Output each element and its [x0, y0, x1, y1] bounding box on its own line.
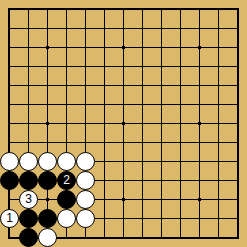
intersection-B7	[19, 114, 38, 133]
intersection-B6	[19, 133, 38, 152]
intersection-M6	[209, 133, 228, 152]
white-stone-E3	[76, 190, 95, 209]
intersection-C2	[38, 209, 57, 228]
intersection-M1	[209, 228, 228, 247]
white-stone-D5	[57, 152, 76, 171]
intersection-K5	[171, 152, 190, 171]
intersection-J11	[152, 38, 171, 57]
intersection-N2	[228, 209, 247, 228]
intersection-G10	[114, 57, 133, 76]
intersection-C7	[38, 114, 57, 133]
white-stone-C5	[38, 152, 57, 171]
intersection-M8	[209, 95, 228, 114]
intersection-E5	[76, 152, 95, 171]
intersection-H5	[133, 152, 152, 171]
intersection-B9	[19, 76, 38, 95]
intersection-K8	[171, 95, 190, 114]
intersection-C8	[38, 95, 57, 114]
intersection-K7	[171, 114, 190, 133]
intersection-G1	[114, 228, 133, 247]
intersection-K12	[171, 19, 190, 38]
intersection-M10	[209, 57, 228, 76]
white-stone-D2	[57, 209, 76, 228]
intersection-L10	[190, 57, 209, 76]
intersection-G5	[114, 152, 133, 171]
go-board: 231	[0, 0, 247, 247]
black-stone-D4: 2	[57, 171, 76, 190]
intersection-M5	[209, 152, 228, 171]
intersection-C10	[38, 57, 57, 76]
intersection-H11	[133, 38, 152, 57]
intersection-N4	[228, 171, 247, 190]
hoshi-dot	[122, 198, 125, 201]
intersection-H7	[133, 114, 152, 133]
intersection-A7	[0, 114, 19, 133]
intersection-B2	[19, 209, 38, 228]
intersection-J9	[152, 76, 171, 95]
intersection-K2	[171, 209, 190, 228]
intersection-F5	[95, 152, 114, 171]
white-stone-A2: 1	[0, 209, 19, 228]
intersection-A5	[0, 152, 19, 171]
intersection-C13	[38, 0, 57, 19]
intersection-F6	[95, 133, 114, 152]
intersection-H4	[133, 171, 152, 190]
intersection-D5	[57, 152, 76, 171]
intersection-C6	[38, 133, 57, 152]
intersection-H6	[133, 133, 152, 152]
intersection-E9	[76, 76, 95, 95]
hoshi-dot	[122, 46, 125, 49]
black-stone-B4	[19, 171, 38, 190]
intersection-D2	[57, 209, 76, 228]
intersection-L9	[190, 76, 209, 95]
intersection-M13	[209, 0, 228, 19]
intersection-B11	[19, 38, 38, 57]
intersection-G4	[114, 171, 133, 190]
intersection-D10	[57, 57, 76, 76]
intersection-H13	[133, 0, 152, 19]
intersection-A1	[0, 228, 19, 247]
intersection-A6	[0, 133, 19, 152]
intersection-F10	[95, 57, 114, 76]
intersection-H8	[133, 95, 152, 114]
intersection-D7	[57, 114, 76, 133]
intersection-B10	[19, 57, 38, 76]
hoshi-dot	[46, 122, 49, 125]
intersection-L1	[190, 228, 209, 247]
intersection-E4	[76, 171, 95, 190]
black-stone-A4	[0, 171, 19, 190]
intersection-E6	[76, 133, 95, 152]
intersection-G11	[114, 38, 133, 57]
intersection-A11	[0, 38, 19, 57]
intersection-F11	[95, 38, 114, 57]
intersection-M12	[209, 19, 228, 38]
intersection-B5	[19, 152, 38, 171]
hoshi-dot	[46, 46, 49, 49]
intersection-F4	[95, 171, 114, 190]
intersection-M9	[209, 76, 228, 95]
intersection-K1	[171, 228, 190, 247]
black-stone-B1	[19, 228, 38, 247]
black-stone-D3	[57, 190, 76, 209]
intersection-B12	[19, 19, 38, 38]
move-number-label: 1	[6, 212, 13, 224]
intersection-K11	[171, 38, 190, 57]
intersection-D11	[57, 38, 76, 57]
white-stone-B3: 3	[19, 190, 38, 209]
intersection-C5	[38, 152, 57, 171]
intersection-N9	[228, 76, 247, 95]
black-stone-C2	[38, 209, 57, 228]
intersection-J3	[152, 190, 171, 209]
move-number-label: 3	[25, 193, 32, 205]
intersection-H9	[133, 76, 152, 95]
intersection-F9	[95, 76, 114, 95]
intersection-C1	[38, 228, 57, 247]
intersection-J10	[152, 57, 171, 76]
intersection-C3	[38, 190, 57, 209]
intersection-H3	[133, 190, 152, 209]
intersection-D9	[57, 76, 76, 95]
intersection-D12	[57, 19, 76, 38]
intersection-N1	[228, 228, 247, 247]
intersection-D3	[57, 190, 76, 209]
intersection-D6	[57, 133, 76, 152]
black-stone-B2	[19, 209, 38, 228]
intersection-H2	[133, 209, 152, 228]
intersection-G3	[114, 190, 133, 209]
intersection-C12	[38, 19, 57, 38]
go-diagram-page: 231	[0, 0, 247, 247]
intersection-K9	[171, 76, 190, 95]
intersection-K3	[171, 190, 190, 209]
intersection-L3	[190, 190, 209, 209]
intersection-N11	[228, 38, 247, 57]
intersection-J13	[152, 0, 171, 19]
intersection-F2	[95, 209, 114, 228]
intersection-A13	[0, 0, 19, 19]
intersection-G2	[114, 209, 133, 228]
intersection-L7	[190, 114, 209, 133]
intersection-L13	[190, 0, 209, 19]
intersection-M4	[209, 171, 228, 190]
intersection-G8	[114, 95, 133, 114]
white-stone-E4	[76, 171, 95, 190]
white-stone-E2	[76, 209, 95, 228]
intersection-C4	[38, 171, 57, 190]
intersection-F13	[95, 0, 114, 19]
intersection-D1	[57, 228, 76, 247]
intersection-A3	[0, 190, 19, 209]
hoshi-dot	[122, 122, 125, 125]
white-stone-B5	[19, 152, 38, 171]
black-stone-C4	[38, 171, 57, 190]
intersection-J8	[152, 95, 171, 114]
intersection-E12	[76, 19, 95, 38]
intersection-J2	[152, 209, 171, 228]
intersection-B8	[19, 95, 38, 114]
intersection-N10	[228, 57, 247, 76]
intersection-B3: 3	[19, 190, 38, 209]
intersection-H10	[133, 57, 152, 76]
intersection-M3	[209, 190, 228, 209]
intersection-F1	[95, 228, 114, 247]
intersection-A8	[0, 95, 19, 114]
intersection-J4	[152, 171, 171, 190]
intersection-F7	[95, 114, 114, 133]
intersection-B13	[19, 0, 38, 19]
intersection-C9	[38, 76, 57, 95]
intersection-G12	[114, 19, 133, 38]
hoshi-dot	[198, 122, 201, 125]
intersection-A10	[0, 57, 19, 76]
intersection-A2: 1	[0, 209, 19, 228]
hoshi-dot	[46, 198, 49, 201]
intersection-J5	[152, 152, 171, 171]
intersection-J12	[152, 19, 171, 38]
intersection-E10	[76, 57, 95, 76]
intersection-L2	[190, 209, 209, 228]
intersection-K13	[171, 0, 190, 19]
intersection-A4	[0, 171, 19, 190]
hoshi-dot	[198, 46, 201, 49]
intersection-G9	[114, 76, 133, 95]
hoshi-dot	[198, 198, 201, 201]
intersection-E3	[76, 190, 95, 209]
intersection-D8	[57, 95, 76, 114]
intersection-M11	[209, 38, 228, 57]
intersection-G6	[114, 133, 133, 152]
intersection-E8	[76, 95, 95, 114]
intersection-E13	[76, 0, 95, 19]
intersection-D13	[57, 0, 76, 19]
intersection-G7	[114, 114, 133, 133]
intersection-G13	[114, 0, 133, 19]
intersection-E7	[76, 114, 95, 133]
intersection-D4: 2	[57, 171, 76, 190]
intersection-F8	[95, 95, 114, 114]
intersection-K10	[171, 57, 190, 76]
white-stone-C1	[38, 228, 57, 247]
intersection-C11	[38, 38, 57, 57]
intersection-J6	[152, 133, 171, 152]
intersection-L8	[190, 95, 209, 114]
intersection-E2	[76, 209, 95, 228]
intersection-L12	[190, 19, 209, 38]
intersection-A9	[0, 76, 19, 95]
intersection-J7	[152, 114, 171, 133]
intersection-L6	[190, 133, 209, 152]
intersection-H1	[133, 228, 152, 247]
intersection-L5	[190, 152, 209, 171]
intersection-N5	[228, 152, 247, 171]
move-number-label: 2	[63, 174, 70, 186]
intersection-N6	[228, 133, 247, 152]
intersection-F12	[95, 19, 114, 38]
intersection-M7	[209, 114, 228, 133]
intersection-M2	[209, 209, 228, 228]
intersection-K4	[171, 171, 190, 190]
intersection-K6	[171, 133, 190, 152]
intersection-F3	[95, 190, 114, 209]
intersection-E11	[76, 38, 95, 57]
intersection-L11	[190, 38, 209, 57]
intersection-E1	[76, 228, 95, 247]
intersection-B4	[19, 171, 38, 190]
intersection-H12	[133, 19, 152, 38]
intersection-A12	[0, 19, 19, 38]
intersection-N3	[228, 190, 247, 209]
intersection-J1	[152, 228, 171, 247]
intersection-N13	[228, 0, 247, 19]
intersection-N8	[228, 95, 247, 114]
white-stone-A5	[0, 152, 19, 171]
intersection-B1	[19, 228, 38, 247]
white-stone-E5	[76, 152, 95, 171]
intersection-N7	[228, 114, 247, 133]
intersection-N12	[228, 19, 247, 38]
intersection-L4	[190, 171, 209, 190]
